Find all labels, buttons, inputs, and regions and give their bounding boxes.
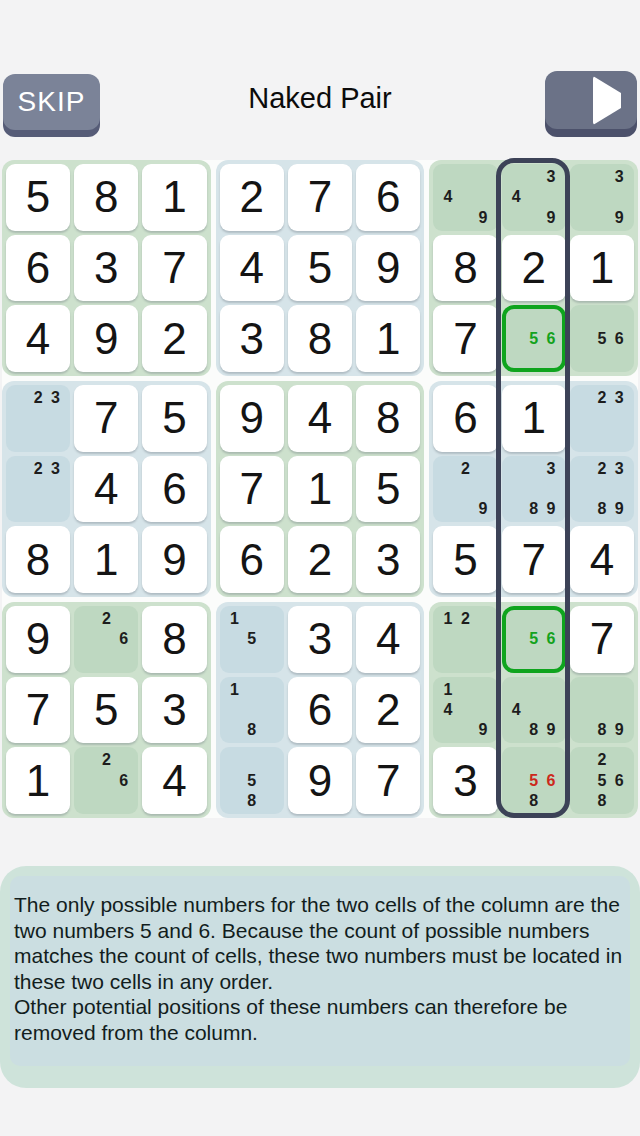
cell-value: 8 bbox=[94, 172, 118, 222]
play-button[interactable] bbox=[545, 71, 637, 129]
cell-r1c4[interactable]: 2 bbox=[220, 164, 284, 231]
candidate-6 bbox=[260, 700, 277, 720]
candidate-8: 8 bbox=[525, 791, 542, 811]
cell-r6c3[interactable]: 9 bbox=[142, 526, 206, 593]
cell-r3c3[interactable]: 2 bbox=[142, 305, 206, 372]
cell-value: 8 bbox=[453, 243, 477, 293]
cell-r8c4[interactable]: 18 bbox=[220, 677, 284, 744]
cell-r7c2[interactable]: 26 bbox=[74, 606, 138, 673]
candidate-9 bbox=[611, 428, 628, 448]
cell-value: 7 bbox=[453, 314, 477, 364]
cell-r8c1[interactable]: 7 bbox=[6, 677, 70, 744]
cell-value: 6 bbox=[162, 464, 186, 514]
candidate-4 bbox=[576, 329, 593, 349]
candidate-7 bbox=[439, 499, 456, 519]
candidate-7 bbox=[508, 720, 525, 740]
cell-value: 2 bbox=[308, 535, 332, 585]
cell-r5c4[interactable]: 7 bbox=[220, 456, 284, 523]
candidate-8: 8 bbox=[525, 720, 542, 740]
cell-r3c4[interactable]: 3 bbox=[220, 305, 284, 372]
candidate-8 bbox=[457, 499, 474, 519]
candidate-1 bbox=[508, 750, 525, 770]
cell-r8c6[interactable]: 2 bbox=[356, 677, 420, 744]
candidate-1: 1 bbox=[226, 680, 243, 700]
cell-value: 3 bbox=[162, 685, 186, 735]
candidate-4 bbox=[576, 408, 593, 428]
cell-value: 1 bbox=[94, 535, 118, 585]
candidate-2: 2 bbox=[98, 750, 115, 770]
candidate-3 bbox=[542, 750, 559, 770]
candidate-2 bbox=[457, 680, 474, 700]
cell-r6c2[interactable]: 1 bbox=[74, 526, 138, 593]
cell-value: 1 bbox=[590, 243, 614, 293]
candidate-1 bbox=[576, 167, 593, 187]
candidate-6 bbox=[611, 700, 628, 720]
cell-value: 7 bbox=[376, 756, 400, 806]
candidate-4 bbox=[576, 187, 593, 207]
candidate-4 bbox=[576, 479, 593, 499]
candidate-8 bbox=[525, 349, 542, 369]
candidate-7 bbox=[226, 649, 243, 669]
cell-r3c9[interactable]: 56 bbox=[570, 305, 634, 372]
candidate-3 bbox=[611, 680, 628, 700]
candidate-9: 9 bbox=[542, 207, 559, 227]
cell-r4c3[interactable]: 5 bbox=[142, 385, 206, 452]
box-2-2: 948715623 bbox=[216, 381, 425, 597]
cell-value: 1 bbox=[376, 314, 400, 364]
candidate-1: 1 bbox=[226, 609, 243, 629]
candidate-2 bbox=[593, 167, 610, 187]
candidate-1 bbox=[508, 308, 525, 328]
candidate-3: 3 bbox=[542, 167, 559, 187]
cell-r8c7[interactable]: 149 bbox=[433, 677, 497, 744]
candidate-7 bbox=[576, 349, 593, 369]
cell-r5c9[interactable]: 2389 bbox=[570, 456, 634, 523]
candidate-3: 3 bbox=[47, 459, 64, 479]
candidate-1: 1 bbox=[439, 609, 456, 629]
candidate-6 bbox=[47, 479, 64, 499]
candidate-1 bbox=[576, 750, 593, 770]
cell-value: 2 bbox=[521, 243, 545, 293]
candidate-2 bbox=[525, 308, 542, 328]
cell-r3c2[interactable]: 9 bbox=[74, 305, 138, 372]
candidate-2 bbox=[243, 750, 260, 770]
candidate-4 bbox=[12, 408, 29, 428]
candidate-7 bbox=[508, 791, 525, 811]
candidate-1 bbox=[12, 388, 29, 408]
candidate-6 bbox=[542, 479, 559, 499]
candidate-3 bbox=[474, 680, 491, 700]
candidate-8: 8 bbox=[243, 720, 260, 740]
explanation-paragraph-1: The only possible numbers for the two ce… bbox=[14, 892, 624, 994]
candidate-4 bbox=[508, 629, 525, 649]
cell-r9c6[interactable]: 7 bbox=[356, 747, 420, 814]
candidate-3 bbox=[542, 680, 559, 700]
cell-r5c2[interactable]: 4 bbox=[74, 456, 138, 523]
candidate-8 bbox=[29, 428, 46, 448]
cell-r4c5[interactable]: 4 bbox=[288, 385, 352, 452]
page-title: Naked Pair bbox=[0, 82, 640, 115]
cell-value: 6 bbox=[26, 243, 50, 293]
box-2-1: 23752346819 bbox=[2, 381, 211, 597]
candidate-4 bbox=[576, 771, 593, 791]
cell-value: 3 bbox=[94, 243, 118, 293]
cell-value: 6 bbox=[240, 535, 264, 585]
candidate-9: 9 bbox=[611, 207, 628, 227]
cell-r9c8[interactable]: 568 bbox=[502, 747, 566, 814]
candidate-8 bbox=[243, 649, 260, 669]
candidate-9 bbox=[542, 791, 559, 811]
candidate-1: 1 bbox=[439, 680, 456, 700]
candidate-5 bbox=[243, 700, 260, 720]
candidate-8 bbox=[593, 207, 610, 227]
cell-r8c9[interactable]: 89 bbox=[570, 677, 634, 744]
candidate-9 bbox=[474, 649, 491, 669]
cell-value: 4 bbox=[308, 393, 332, 443]
candidate-5 bbox=[525, 700, 542, 720]
candidate-1 bbox=[439, 167, 456, 187]
candidate-2: 2 bbox=[593, 388, 610, 408]
cell-r1c5[interactable]: 7 bbox=[288, 164, 352, 231]
box-1-2: 276459381 bbox=[216, 160, 425, 376]
candidate-9: 9 bbox=[474, 207, 491, 227]
candidate-2 bbox=[593, 308, 610, 328]
candidate-6 bbox=[260, 771, 277, 791]
cell-value: 8 bbox=[162, 614, 186, 664]
cell-value: 5 bbox=[26, 172, 50, 222]
cell-r5c7[interactable]: 29 bbox=[433, 456, 497, 523]
candidate-6 bbox=[542, 700, 559, 720]
cell-r6c1[interactable]: 8 bbox=[6, 526, 70, 593]
candidate-1 bbox=[576, 308, 593, 328]
cell-r9c7[interactable]: 3 bbox=[433, 747, 497, 814]
cell-r1c6[interactable]: 6 bbox=[356, 164, 420, 231]
cell-r4c4[interactable]: 9 bbox=[220, 385, 284, 452]
cell-value: 9 bbox=[376, 243, 400, 293]
cell-r2c7[interactable]: 8 bbox=[433, 235, 497, 302]
candidate-6: 6 bbox=[611, 771, 628, 791]
candidate-4: 4 bbox=[508, 187, 525, 207]
cell-value: 7 bbox=[521, 535, 545, 585]
candidate-5: 5 bbox=[525, 629, 542, 649]
cell-value: 7 bbox=[94, 393, 118, 443]
sudoku-board: 5816374922764593814934939821756562375234… bbox=[2, 160, 638, 818]
candidate-6 bbox=[611, 479, 628, 499]
candidate-6: 6 bbox=[611, 329, 628, 349]
candidate-5 bbox=[98, 771, 115, 791]
candidate-8 bbox=[457, 207, 474, 227]
cell-value: 9 bbox=[240, 393, 264, 443]
candidate-7 bbox=[439, 649, 456, 669]
candidate-9 bbox=[260, 720, 277, 740]
cell-r9c3[interactable]: 4 bbox=[142, 747, 206, 814]
cell-r2c8[interactable]: 2 bbox=[502, 235, 566, 302]
candidate-8: 8 bbox=[593, 499, 610, 519]
candidate-2 bbox=[525, 750, 542, 770]
candidate-5 bbox=[593, 700, 610, 720]
candidate-5 bbox=[525, 187, 542, 207]
candidate-6: 6 bbox=[542, 629, 559, 649]
candidate-2 bbox=[525, 609, 542, 629]
cell-r1c1[interactable]: 5 bbox=[6, 164, 70, 231]
cell-r7c5[interactable]: 3 bbox=[288, 606, 352, 673]
cell-value: 4 bbox=[26, 314, 50, 364]
cell-value: 6 bbox=[376, 172, 400, 222]
cell-value: 8 bbox=[308, 314, 332, 364]
candidate-3 bbox=[542, 308, 559, 328]
candidate-2: 2 bbox=[98, 609, 115, 629]
cell-value: 5 bbox=[453, 535, 477, 585]
cell-value: 1 bbox=[308, 464, 332, 514]
candidate-3 bbox=[260, 750, 277, 770]
box-3-1: 92687531264 bbox=[2, 602, 211, 818]
cell-r6c7[interactable]: 5 bbox=[433, 526, 497, 593]
candidate-1 bbox=[226, 750, 243, 770]
candidate-3 bbox=[611, 750, 628, 770]
candidate-8 bbox=[98, 649, 115, 669]
cell-r3c5[interactable]: 8 bbox=[288, 305, 352, 372]
candidate-6: 6 bbox=[115, 771, 132, 791]
candidate-6: 6 bbox=[542, 771, 559, 791]
cell-r5c6[interactable]: 5 bbox=[356, 456, 420, 523]
candidate-2: 2 bbox=[29, 459, 46, 479]
candidate-5 bbox=[593, 479, 610, 499]
candidate-5: 5 bbox=[243, 629, 260, 649]
cell-r9c1[interactable]: 1 bbox=[6, 747, 70, 814]
candidate-6 bbox=[474, 700, 491, 720]
cell-value: 8 bbox=[376, 393, 400, 443]
candidate-7 bbox=[12, 499, 29, 519]
candidate-7 bbox=[439, 207, 456, 227]
candidate-4: 4 bbox=[439, 700, 456, 720]
cell-r9c4[interactable]: 58 bbox=[220, 747, 284, 814]
cell-r1c2[interactable]: 8 bbox=[74, 164, 138, 231]
cell-value: 9 bbox=[308, 756, 332, 806]
candidate-5: 5 bbox=[525, 329, 542, 349]
cell-r2c1[interactable]: 6 bbox=[6, 235, 70, 302]
cell-r2c9[interactable]: 1 bbox=[570, 235, 634, 302]
candidate-6: 6 bbox=[542, 329, 559, 349]
candidate-5 bbox=[457, 700, 474, 720]
cell-r1c7[interactable]: 49 bbox=[433, 164, 497, 231]
cell-value: 5 bbox=[94, 685, 118, 735]
box-1-1: 581637492 bbox=[2, 160, 211, 376]
candidate-3 bbox=[542, 609, 559, 629]
cell-r4c1[interactable]: 23 bbox=[6, 385, 70, 452]
candidate-2 bbox=[525, 459, 542, 479]
candidate-7 bbox=[576, 428, 593, 448]
cell-r5c5[interactable]: 1 bbox=[288, 456, 352, 523]
cell-value: 9 bbox=[94, 314, 118, 364]
candidate-1 bbox=[508, 609, 525, 629]
candidate-7 bbox=[508, 499, 525, 519]
cell-value: 4 bbox=[590, 535, 614, 585]
cell-r8c3[interactable]: 3 bbox=[142, 677, 206, 744]
candidate-8 bbox=[525, 207, 542, 227]
candidate-3 bbox=[474, 459, 491, 479]
candidate-7 bbox=[80, 791, 97, 811]
cell-value: 5 bbox=[162, 393, 186, 443]
cell-r7c7[interactable]: 12 bbox=[433, 606, 497, 673]
box-3-3: 125671494898935682568 bbox=[429, 602, 638, 818]
candidate-3: 3 bbox=[611, 167, 628, 187]
candidate-2: 2 bbox=[29, 388, 46, 408]
candidate-3 bbox=[115, 750, 132, 770]
candidate-4: 4 bbox=[439, 187, 456, 207]
cell-r1c3[interactable]: 1 bbox=[142, 164, 206, 231]
cell-value: 1 bbox=[26, 756, 50, 806]
cell-r5c3[interactable]: 6 bbox=[142, 456, 206, 523]
candidate-9 bbox=[611, 349, 628, 369]
cell-r7c6[interactable]: 4 bbox=[356, 606, 420, 673]
cell-r5c8[interactable]: 389 bbox=[502, 456, 566, 523]
cell-value: 3 bbox=[376, 535, 400, 585]
candidate-8 bbox=[98, 791, 115, 811]
candidate-1 bbox=[508, 680, 525, 700]
cell-value: 2 bbox=[376, 685, 400, 735]
candidate-6 bbox=[474, 479, 491, 499]
play-icon bbox=[593, 76, 621, 125]
cell-r1c8[interactable]: 349 bbox=[502, 164, 566, 231]
cell-r3c6[interactable]: 1 bbox=[356, 305, 420, 372]
explanation-text-box: The only possible numbers for the two ce… bbox=[10, 876, 630, 1066]
candidate-2 bbox=[243, 609, 260, 629]
cell-value: 6 bbox=[453, 393, 477, 443]
cell-r4c9[interactable]: 23 bbox=[570, 385, 634, 452]
cell-value: 6 bbox=[308, 685, 332, 735]
cell-r7c9[interactable]: 7 bbox=[570, 606, 634, 673]
cell-value: 5 bbox=[376, 464, 400, 514]
candidate-6: 6 bbox=[115, 629, 132, 649]
cell-value: 7 bbox=[162, 243, 186, 293]
cell-value: 3 bbox=[240, 314, 264, 364]
candidate-1 bbox=[12, 459, 29, 479]
cell-value: 7 bbox=[240, 464, 264, 514]
candidate-9 bbox=[542, 349, 559, 369]
cell-r9c5[interactable]: 9 bbox=[288, 747, 352, 814]
candidate-1 bbox=[439, 459, 456, 479]
candidate-7 bbox=[80, 649, 97, 669]
candidate-9 bbox=[115, 791, 132, 811]
cell-r4c8[interactable]: 1 bbox=[502, 385, 566, 452]
candidate-3 bbox=[260, 609, 277, 629]
candidate-3 bbox=[611, 308, 628, 328]
candidate-1 bbox=[80, 750, 97, 770]
candidate-9: 9 bbox=[611, 720, 628, 740]
candidate-6 bbox=[611, 408, 628, 428]
candidate-4 bbox=[226, 629, 243, 649]
cell-value: 4 bbox=[376, 614, 400, 664]
candidate-2: 2 bbox=[593, 750, 610, 770]
candidate-4 bbox=[508, 771, 525, 791]
candidate-1 bbox=[576, 459, 593, 479]
cell-r3c7[interactable]: 7 bbox=[433, 305, 497, 372]
cell-value: 5 bbox=[308, 243, 332, 293]
cell-value: 4 bbox=[162, 756, 186, 806]
candidate-4 bbox=[508, 329, 525, 349]
candidate-9: 9 bbox=[474, 720, 491, 740]
cell-r1c9[interactable]: 39 bbox=[570, 164, 634, 231]
candidate-4: 4 bbox=[508, 700, 525, 720]
candidate-6 bbox=[474, 187, 491, 207]
candidate-7 bbox=[226, 791, 243, 811]
candidate-5 bbox=[593, 408, 610, 428]
candidate-5 bbox=[98, 629, 115, 649]
candidate-5 bbox=[29, 479, 46, 499]
cell-value: 3 bbox=[308, 614, 332, 664]
box-2-3: 6123293892389574 bbox=[429, 381, 638, 597]
cell-r8c2[interactable]: 5 bbox=[74, 677, 138, 744]
candidate-8 bbox=[457, 649, 474, 669]
candidate-8: 8 bbox=[525, 499, 542, 519]
cell-r8c8[interactable]: 489 bbox=[502, 677, 566, 744]
candidate-1 bbox=[80, 609, 97, 629]
cell-value: 3 bbox=[453, 756, 477, 806]
explanation-paragraph-2: Other potential positions of these numbe… bbox=[14, 994, 624, 1045]
cell-value: 8 bbox=[26, 535, 50, 585]
candidate-2 bbox=[593, 680, 610, 700]
cell-r2c5[interactable]: 5 bbox=[288, 235, 352, 302]
cell-r2c3[interactable]: 7 bbox=[142, 235, 206, 302]
cell-r7c4[interactable]: 15 bbox=[220, 606, 284, 673]
candidate-3: 3 bbox=[47, 388, 64, 408]
cell-r8c5[interactable]: 6 bbox=[288, 677, 352, 744]
cell-r9c2[interactable]: 26 bbox=[74, 747, 138, 814]
candidate-8 bbox=[29, 499, 46, 519]
cell-r5c1[interactable]: 23 bbox=[6, 456, 70, 523]
candidate-5 bbox=[457, 629, 474, 649]
candidate-8 bbox=[593, 349, 610, 369]
cell-r7c1[interactable]: 9 bbox=[6, 606, 70, 673]
candidate-1 bbox=[576, 388, 593, 408]
candidate-7 bbox=[576, 791, 593, 811]
candidate-8 bbox=[525, 649, 542, 669]
cell-r4c6[interactable]: 8 bbox=[356, 385, 420, 452]
candidate-2 bbox=[525, 680, 542, 700]
cell-r6c9[interactable]: 4 bbox=[570, 526, 634, 593]
cell-r6c5[interactable]: 2 bbox=[288, 526, 352, 593]
cell-r2c2[interactable]: 3 bbox=[74, 235, 138, 302]
cell-value: 7 bbox=[308, 172, 332, 222]
candidate-7 bbox=[12, 428, 29, 448]
candidate-6 bbox=[611, 187, 628, 207]
cell-r6c6[interactable]: 3 bbox=[356, 526, 420, 593]
cell-r6c8[interactable]: 7 bbox=[502, 526, 566, 593]
candidate-7 bbox=[576, 207, 593, 227]
candidate-4 bbox=[576, 700, 593, 720]
explanation-panel: The only possible numbers for the two ce… bbox=[0, 866, 640, 1088]
candidate-9 bbox=[611, 791, 628, 811]
cell-r7c8[interactable]: 56 bbox=[502, 606, 566, 673]
candidate-4 bbox=[226, 771, 243, 791]
cell-r2c6[interactable]: 9 bbox=[356, 235, 420, 302]
cell-r4c2[interactable]: 7 bbox=[74, 385, 138, 452]
cell-value: 2 bbox=[240, 172, 264, 222]
candidate-9 bbox=[47, 428, 64, 448]
candidate-3 bbox=[115, 609, 132, 629]
cell-r3c8[interactable]: 56 bbox=[502, 305, 566, 372]
cell-r3c1[interactable]: 4 bbox=[6, 305, 70, 372]
cell-r4c7[interactable]: 6 bbox=[433, 385, 497, 452]
cell-r7c3[interactable]: 8 bbox=[142, 606, 206, 673]
cell-r2c4[interactable]: 4 bbox=[220, 235, 284, 302]
candidate-3: 3 bbox=[611, 459, 628, 479]
cell-r6c4[interactable]: 6 bbox=[220, 526, 284, 593]
candidate-9: 9 bbox=[542, 720, 559, 740]
candidate-5 bbox=[525, 479, 542, 499]
candidate-4 bbox=[80, 771, 97, 791]
cell-r9c9[interactable]: 2568 bbox=[570, 747, 634, 814]
